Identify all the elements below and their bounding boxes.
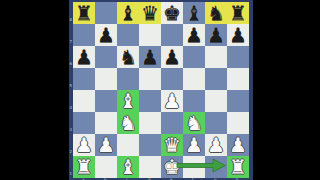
piece-white-bishop[interactable]: ♝ [117, 90, 139, 112]
piece-white-pawn[interactable]: ♟ [161, 90, 183, 112]
piece-white-pawn[interactable]: ♟ [73, 134, 95, 156]
piece-black-bishop[interactable]: ♝ [117, 2, 139, 24]
square-c7[interactable] [117, 24, 139, 46]
square-h7[interactable]: ♟ [227, 24, 249, 46]
square-a1[interactable]: ♜ [73, 156, 95, 178]
square-h3[interactable] [227, 112, 249, 134]
piece-black-queen[interactable]: ♛ [139, 2, 161, 24]
rank-label-7: 7 [70, 40, 73, 44]
piece-black-pawn[interactable]: ♟ [183, 24, 205, 46]
square-f7[interactable]: ♟ [183, 24, 205, 46]
board-grid: ♜♝♛♚♝♞♜♟♟♟♟♟♞♟♟♝♟♞♞♟♟♛♟♟♟♜♝♚♜ [73, 2, 249, 178]
square-g4[interactable] [205, 90, 227, 112]
rank-label-4: 4 [70, 106, 73, 110]
square-e4[interactable]: ♟ [161, 90, 183, 112]
square-b8[interactable] [95, 2, 117, 24]
square-f2[interactable]: ♟ [183, 134, 205, 156]
square-d7[interactable] [139, 24, 161, 46]
square-b6[interactable] [95, 46, 117, 68]
square-a8[interactable]: ♜ [73, 2, 95, 24]
rank-label-1: 1 [70, 172, 73, 176]
piece-black-king[interactable]: ♚ [161, 2, 183, 24]
piece-white-pawn[interactable]: ♟ [205, 134, 227, 156]
square-e8[interactable]: ♚ [161, 2, 183, 24]
square-c6[interactable]: ♞ [117, 46, 139, 68]
piece-white-rook[interactable]: ♜ [227, 156, 249, 178]
piece-white-pawn[interactable]: ♟ [227, 134, 249, 156]
piece-white-pawn[interactable]: ♟ [183, 134, 205, 156]
piece-white-knight[interactable]: ♞ [183, 112, 205, 134]
piece-white-rook[interactable]: ♜ [73, 156, 95, 178]
square-d6[interactable]: ♟ [139, 46, 161, 68]
square-d2[interactable] [139, 134, 161, 156]
piece-black-pawn[interactable]: ♟ [139, 46, 161, 68]
square-c3[interactable]: ♞ [117, 112, 139, 134]
square-a3[interactable] [73, 112, 95, 134]
piece-white-king[interactable]: ♚ [161, 156, 183, 178]
square-b7[interactable]: ♟ [95, 24, 117, 46]
rank-label-8: 8 [70, 18, 73, 22]
square-b2[interactable]: ♟ [95, 134, 117, 156]
rank-label-6: 6 [70, 62, 73, 66]
square-h4[interactable] [227, 90, 249, 112]
piece-black-knight[interactable]: ♞ [117, 46, 139, 68]
square-g3[interactable] [205, 112, 227, 134]
square-a6[interactable]: ♟ [73, 46, 95, 68]
square-d8[interactable]: ♛ [139, 2, 161, 24]
rank-label-3: 3 [70, 128, 73, 132]
square-e2[interactable]: ♛ [161, 134, 183, 156]
piece-black-pawn[interactable]: ♟ [161, 46, 183, 68]
square-c5[interactable] [117, 68, 139, 90]
piece-black-knight[interactable]: ♞ [205, 2, 227, 24]
square-f3[interactable]: ♞ [183, 112, 205, 134]
square-g8[interactable]: ♞ [205, 2, 227, 24]
piece-black-pawn[interactable]: ♟ [73, 46, 95, 68]
piece-black-rook[interactable]: ♜ [73, 2, 95, 24]
square-b4[interactable] [95, 90, 117, 112]
square-f5[interactable] [183, 68, 205, 90]
square-a5[interactable] [73, 68, 95, 90]
square-f6[interactable] [183, 46, 205, 68]
piece-white-pawn[interactable]: ♟ [95, 134, 117, 156]
square-g1[interactable] [205, 156, 227, 178]
square-a2[interactable]: ♟ [73, 134, 95, 156]
square-b3[interactable] [95, 112, 117, 134]
square-h1[interactable]: ♜ [227, 156, 249, 178]
square-c1[interactable]: ♝ [117, 156, 139, 178]
square-f8[interactable]: ♝ [183, 2, 205, 24]
square-d5[interactable] [139, 68, 161, 90]
square-e7[interactable] [161, 24, 183, 46]
square-h2[interactable]: ♟ [227, 134, 249, 156]
square-g7[interactable]: ♟ [205, 24, 227, 46]
square-c8[interactable]: ♝ [117, 2, 139, 24]
square-d1[interactable] [139, 156, 161, 178]
rank-label-5: 5 [70, 84, 73, 88]
square-e5[interactable] [161, 68, 183, 90]
square-d4[interactable] [139, 90, 161, 112]
square-f4[interactable] [183, 90, 205, 112]
piece-white-queen[interactable]: ♛ [161, 134, 183, 156]
square-a4[interactable] [73, 90, 95, 112]
square-f1[interactable] [183, 156, 205, 178]
square-c4[interactable]: ♝ [117, 90, 139, 112]
square-h6[interactable] [227, 46, 249, 68]
chess-board: ♜♝♛♚♝♞♜♟♟♟♟♟♞♟♟♝♟♞♞♟♟♛♟♟♟♜♝♚♜ 87654321ab… [69, 0, 253, 180]
square-g5[interactable] [205, 68, 227, 90]
piece-black-pawn[interactable]: ♟ [205, 24, 227, 46]
square-g2[interactable]: ♟ [205, 134, 227, 156]
square-c2[interactable] [117, 134, 139, 156]
square-b1[interactable] [95, 156, 117, 178]
piece-black-rook[interactable]: ♜ [227, 2, 249, 24]
square-b5[interactable] [95, 68, 117, 90]
square-a7[interactable] [73, 24, 95, 46]
rank-label-2: 2 [70, 150, 73, 154]
square-h5[interactable] [227, 68, 249, 90]
piece-black-pawn[interactable]: ♟ [95, 24, 117, 46]
piece-black-pawn[interactable]: ♟ [227, 24, 249, 46]
screenshot-canvas: { "game": "chess", "position": { "fen": … [0, 0, 320, 180]
piece-white-bishop[interactable]: ♝ [117, 156, 139, 178]
square-d3[interactable] [139, 112, 161, 134]
square-e1[interactable]: ♚ [161, 156, 183, 178]
square-h8[interactable]: ♜ [227, 2, 249, 24]
piece-white-knight[interactable]: ♞ [117, 112, 139, 134]
piece-black-bishop[interactable]: ♝ [183, 2, 205, 24]
square-e6[interactable]: ♟ [161, 46, 183, 68]
square-g6[interactable] [205, 46, 227, 68]
square-e3[interactable] [161, 112, 183, 134]
